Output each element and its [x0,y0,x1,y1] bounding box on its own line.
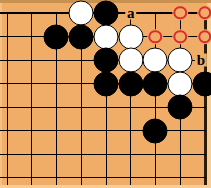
black-stone [44,24,69,49]
intersection [44,166,69,188]
intersection [0,1,19,25]
intersection [168,143,193,167]
intersection [0,48,19,72]
intersection [19,1,44,25]
intersection [69,119,94,143]
intersection [94,48,119,72]
intersection [168,25,193,49]
intersection [168,166,193,188]
black-stone [93,48,118,73]
intersection [69,1,94,25]
intersection [118,95,143,119]
intersection [143,119,168,143]
red-circle-mark [198,30,211,44]
intersection [143,95,168,119]
intersection [0,119,19,143]
intersection [94,143,119,167]
intersection [118,166,143,188]
intersection [19,25,44,49]
intersection [143,166,168,188]
intersection: b [193,48,211,72]
intersection [0,166,19,188]
intersection [0,143,19,167]
intersection [69,166,94,188]
intersection [193,72,211,96]
red-circle-mark [149,30,163,44]
intersection [193,119,211,143]
intersection [193,95,211,119]
intersection [44,95,69,119]
intersection [69,72,94,96]
black-stone [168,95,193,120]
intersection [94,119,119,143]
intersection [44,119,69,143]
white-stone [93,24,118,49]
white-stone [143,48,168,73]
intersection [118,48,143,72]
intersection [44,25,69,49]
white-stone [69,0,94,25]
intersection [168,119,193,143]
intersection [143,1,168,25]
intersection [19,48,44,72]
intersection [94,1,119,25]
intersection [193,143,211,167]
intersection [143,72,168,96]
black-stone [192,71,211,96]
intersection [69,95,94,119]
white-stone [168,71,193,96]
intersection [193,1,211,25]
intersection [168,72,193,96]
intersection [94,25,119,49]
intersection [19,72,44,96]
white-stone [168,48,193,73]
intersection [69,25,94,49]
intersection [0,95,19,119]
intersection [19,166,44,188]
intersection [94,166,119,188]
intersection [0,72,19,96]
intersection [143,48,168,72]
intersection [168,48,193,72]
intersection [168,1,193,25]
red-circle-mark [173,6,187,20]
intersection [69,143,94,167]
intersection [143,25,168,49]
intersection [118,119,143,143]
intersection [168,95,193,119]
intersection [44,143,69,167]
point-label-b: b [195,54,207,67]
black-stone [143,71,168,96]
intersection [94,95,119,119]
intersection [19,95,44,119]
go-board: ab [0,0,211,188]
intersection: a [118,1,143,25]
intersection [118,72,143,96]
black-stone [93,71,118,96]
intersection [44,1,69,25]
intersection [69,48,94,72]
white-stone [118,48,143,73]
black-stone [93,0,118,25]
point-label-a: a [125,6,137,19]
white-stone [118,24,143,49]
intersection [94,72,119,96]
black-stone [143,118,168,143]
red-circle-mark [198,6,211,20]
black-stone [118,71,143,96]
intersection [19,143,44,167]
red-circle-mark [173,30,187,44]
intersection [143,143,168,167]
intersection [193,25,211,49]
intersection [19,119,44,143]
intersection [193,166,211,188]
black-stone [69,24,94,49]
intersection [0,25,19,49]
board-grid: ab [0,1,211,188]
intersection [44,72,69,96]
intersection [118,25,143,49]
intersection [44,48,69,72]
intersection [118,143,143,167]
